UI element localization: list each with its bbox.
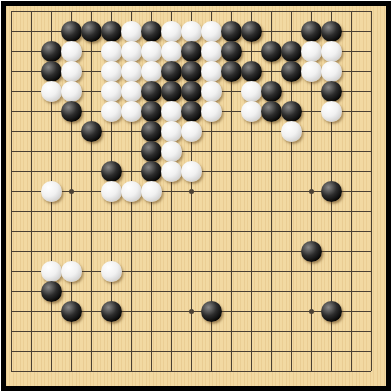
intersection[interactable] (321, 241, 341, 261)
intersection[interactable] (101, 321, 121, 341)
intersection[interactable] (121, 141, 141, 161)
intersection[interactable] (41, 341, 61, 361)
intersection[interactable] (361, 41, 381, 61)
intersection[interactable] (101, 221, 121, 241)
intersection[interactable] (361, 241, 381, 261)
intersection[interactable] (361, 321, 381, 341)
intersection[interactable] (101, 101, 121, 121)
intersection[interactable] (221, 61, 241, 81)
intersection[interactable] (181, 201, 201, 221)
intersection[interactable] (181, 61, 201, 81)
intersection[interactable] (181, 21, 201, 41)
intersection[interactable] (41, 161, 61, 181)
intersection[interactable] (241, 261, 261, 281)
intersection[interactable] (281, 21, 301, 41)
intersection[interactable] (221, 21, 241, 41)
intersection[interactable] (361, 181, 381, 201)
intersection[interactable] (241, 181, 261, 201)
intersection[interactable] (361, 301, 381, 321)
intersection[interactable] (181, 321, 201, 341)
intersection[interactable] (21, 181, 41, 201)
intersection[interactable] (201, 321, 221, 341)
intersection[interactable] (241, 81, 261, 101)
intersection[interactable] (261, 201, 281, 221)
intersection[interactable] (61, 21, 81, 41)
intersection[interactable] (201, 141, 221, 161)
intersection[interactable] (181, 141, 201, 161)
intersection[interactable] (161, 141, 181, 161)
intersection[interactable] (1, 301, 21, 321)
intersection[interactable] (261, 321, 281, 341)
intersection[interactable] (1, 181, 21, 201)
intersection[interactable] (121, 281, 141, 301)
intersection[interactable] (281, 221, 301, 241)
intersection[interactable] (261, 281, 281, 301)
intersection[interactable] (41, 301, 61, 321)
intersection[interactable] (161, 301, 181, 321)
intersection[interactable] (241, 341, 261, 361)
intersection[interactable] (101, 301, 121, 321)
intersection[interactable] (161, 161, 181, 181)
intersection[interactable] (141, 341, 161, 361)
intersection[interactable] (241, 121, 261, 141)
intersection[interactable] (221, 121, 241, 141)
intersection[interactable] (81, 41, 101, 61)
intersection[interactable] (261, 81, 281, 101)
intersection[interactable] (141, 41, 161, 61)
intersection[interactable] (1, 241, 21, 261)
intersection[interactable] (21, 241, 41, 261)
intersection[interactable] (161, 201, 181, 221)
intersection[interactable] (301, 121, 321, 141)
intersection[interactable] (1, 61, 21, 81)
intersection[interactable] (261, 61, 281, 81)
intersection[interactable] (301, 141, 321, 161)
intersection[interactable] (301, 201, 321, 221)
intersection[interactable] (121, 1, 141, 21)
intersection[interactable] (161, 41, 181, 61)
intersection[interactable] (201, 361, 221, 381)
intersection[interactable] (101, 201, 121, 221)
intersection[interactable] (61, 281, 81, 301)
intersection[interactable] (21, 261, 41, 281)
intersection[interactable] (141, 181, 161, 201)
intersection[interactable] (81, 1, 101, 21)
intersection[interactable] (161, 121, 181, 141)
intersection[interactable] (181, 181, 201, 201)
intersection[interactable] (301, 221, 321, 241)
intersection[interactable] (261, 121, 281, 141)
intersection[interactable] (261, 341, 281, 361)
intersection[interactable] (341, 61, 361, 81)
intersection[interactable] (1, 221, 21, 241)
intersection[interactable] (101, 241, 121, 261)
intersection[interactable] (141, 281, 161, 301)
intersection[interactable] (341, 101, 361, 121)
intersection[interactable] (21, 321, 41, 341)
intersection[interactable] (101, 341, 121, 361)
intersection[interactable] (261, 261, 281, 281)
intersection[interactable] (241, 361, 261, 381)
intersection[interactable] (101, 281, 121, 301)
intersection[interactable] (341, 261, 361, 281)
intersection[interactable] (81, 121, 101, 141)
intersection[interactable] (81, 221, 101, 241)
intersection[interactable] (1, 341, 21, 361)
intersection[interactable] (201, 121, 221, 141)
intersection[interactable] (141, 101, 161, 121)
intersection[interactable] (161, 1, 181, 21)
intersection[interactable] (201, 101, 221, 121)
intersection[interactable] (361, 21, 381, 41)
intersection[interactable] (101, 141, 121, 161)
intersection[interactable] (281, 161, 301, 181)
intersection[interactable] (201, 241, 221, 261)
intersection[interactable] (201, 161, 221, 181)
intersection[interactable] (261, 161, 281, 181)
intersection[interactable] (281, 321, 301, 341)
intersection[interactable] (241, 61, 261, 81)
intersection[interactable] (61, 201, 81, 221)
intersection[interactable] (341, 21, 361, 41)
intersection[interactable] (281, 81, 301, 101)
intersection[interactable] (361, 221, 381, 241)
intersection[interactable] (281, 61, 301, 81)
intersection[interactable] (221, 141, 241, 161)
intersection[interactable] (121, 361, 141, 381)
intersection[interactable] (281, 1, 301, 21)
intersection[interactable] (141, 321, 161, 341)
intersection[interactable] (161, 21, 181, 41)
intersection[interactable] (21, 221, 41, 241)
intersection[interactable] (1, 121, 21, 141)
intersection[interactable] (181, 81, 201, 101)
intersection[interactable] (81, 201, 101, 221)
intersection[interactable] (221, 341, 241, 361)
intersection[interactable] (161, 221, 181, 241)
intersection[interactable] (221, 101, 241, 121)
intersection[interactable] (81, 81, 101, 101)
intersection[interactable] (121, 241, 141, 261)
intersection[interactable] (301, 61, 321, 81)
intersection[interactable] (81, 101, 101, 121)
intersection[interactable] (41, 281, 61, 301)
intersection[interactable] (281, 41, 301, 61)
intersection[interactable] (181, 301, 201, 321)
intersection[interactable] (361, 161, 381, 181)
intersection[interactable] (141, 221, 161, 241)
intersection[interactable] (21, 21, 41, 41)
intersection[interactable] (221, 241, 241, 261)
intersection[interactable] (361, 341, 381, 361)
intersection[interactable] (201, 1, 221, 21)
intersection[interactable] (281, 261, 301, 281)
intersection[interactable] (201, 341, 221, 361)
intersection[interactable] (41, 101, 61, 121)
intersection[interactable] (161, 81, 181, 101)
intersection[interactable] (341, 341, 361, 361)
intersection[interactable] (121, 121, 141, 141)
intersection[interactable] (181, 161, 201, 181)
intersection[interactable] (1, 161, 21, 181)
intersection[interactable] (21, 301, 41, 321)
intersection[interactable] (81, 161, 101, 181)
intersection[interactable] (221, 221, 241, 241)
intersection[interactable] (181, 241, 201, 261)
intersection[interactable] (341, 181, 361, 201)
intersection[interactable] (281, 101, 301, 121)
intersection[interactable] (301, 81, 321, 101)
intersection[interactable] (221, 261, 241, 281)
intersection[interactable] (341, 41, 361, 61)
intersection[interactable] (61, 141, 81, 161)
intersection[interactable] (41, 261, 61, 281)
intersection[interactable] (281, 241, 301, 261)
intersection[interactable] (161, 181, 181, 201)
intersection[interactable] (161, 261, 181, 281)
intersection[interactable] (241, 221, 261, 241)
intersection[interactable] (1, 201, 21, 221)
intersection[interactable] (281, 141, 301, 161)
intersection[interactable] (361, 61, 381, 81)
intersection[interactable] (261, 141, 281, 161)
intersection[interactable] (181, 121, 201, 141)
intersection[interactable] (361, 101, 381, 121)
intersection[interactable] (321, 141, 341, 161)
intersection[interactable] (61, 301, 81, 321)
intersection[interactable] (81, 361, 101, 381)
intersection[interactable] (321, 21, 341, 41)
intersection[interactable] (41, 321, 61, 341)
intersection[interactable] (141, 21, 161, 41)
intersection[interactable] (61, 101, 81, 121)
intersection[interactable] (261, 1, 281, 21)
intersection[interactable] (321, 261, 341, 281)
intersection[interactable] (261, 181, 281, 201)
intersection[interactable] (201, 301, 221, 321)
intersection[interactable] (101, 121, 121, 141)
intersection[interactable] (281, 201, 301, 221)
intersection[interactable] (281, 181, 301, 201)
intersection[interactable] (121, 341, 141, 361)
intersection[interactable] (141, 301, 161, 321)
intersection[interactable] (341, 321, 361, 341)
intersection[interactable] (81, 341, 101, 361)
intersection[interactable] (121, 321, 141, 341)
intersection[interactable] (181, 101, 201, 121)
intersection[interactable] (221, 281, 241, 301)
intersection[interactable] (101, 61, 121, 81)
intersection[interactable] (241, 101, 261, 121)
intersection[interactable] (141, 161, 161, 181)
intersection[interactable] (321, 221, 341, 241)
intersection[interactable] (321, 321, 341, 341)
intersection[interactable] (101, 161, 121, 181)
intersection[interactable] (321, 181, 341, 201)
intersection[interactable] (321, 281, 341, 301)
intersection[interactable] (21, 121, 41, 141)
intersection[interactable] (221, 361, 241, 381)
intersection[interactable] (121, 161, 141, 181)
intersection[interactable] (81, 181, 101, 201)
intersection[interactable] (41, 221, 61, 241)
intersection[interactable] (261, 361, 281, 381)
intersection[interactable] (341, 301, 361, 321)
intersection[interactable] (341, 201, 361, 221)
intersection[interactable] (301, 41, 321, 61)
intersection[interactable] (341, 241, 361, 261)
intersection[interactable] (281, 361, 301, 381)
intersection[interactable] (341, 121, 361, 141)
intersection[interactable] (1, 41, 21, 61)
intersection[interactable] (41, 201, 61, 221)
intersection[interactable] (101, 181, 121, 201)
intersection[interactable] (281, 301, 301, 321)
intersection[interactable] (261, 21, 281, 41)
intersection[interactable] (101, 1, 121, 21)
intersection[interactable] (121, 81, 141, 101)
intersection[interactable] (261, 101, 281, 121)
intersection[interactable] (1, 101, 21, 121)
intersection[interactable] (281, 281, 301, 301)
intersection[interactable] (201, 41, 221, 61)
intersection[interactable] (181, 221, 201, 241)
intersection[interactable] (181, 341, 201, 361)
intersection[interactable] (241, 301, 261, 321)
intersection[interactable] (41, 121, 61, 141)
intersection[interactable] (101, 81, 121, 101)
intersection[interactable] (1, 321, 21, 341)
intersection[interactable] (361, 81, 381, 101)
intersection[interactable] (301, 1, 321, 21)
intersection[interactable] (61, 1, 81, 21)
intersection[interactable] (41, 361, 61, 381)
intersection[interactable] (61, 221, 81, 241)
intersection[interactable] (321, 361, 341, 381)
intersection[interactable] (161, 101, 181, 121)
intersection[interactable] (21, 81, 41, 101)
intersection[interactable] (141, 261, 161, 281)
intersection[interactable] (161, 281, 181, 301)
intersection[interactable] (181, 1, 201, 21)
intersection[interactable] (281, 341, 301, 361)
intersection[interactable] (341, 81, 361, 101)
intersection[interactable] (161, 61, 181, 81)
intersection[interactable] (21, 141, 41, 161)
intersection[interactable] (221, 1, 241, 21)
intersection[interactable] (241, 1, 261, 21)
intersection[interactable] (301, 101, 321, 121)
intersection[interactable] (301, 241, 321, 261)
intersection[interactable] (61, 121, 81, 141)
intersection[interactable] (1, 361, 21, 381)
intersection[interactable] (21, 201, 41, 221)
intersection[interactable] (161, 321, 181, 341)
intersection[interactable] (81, 241, 101, 261)
intersection[interactable] (101, 41, 121, 61)
intersection[interactable] (341, 161, 361, 181)
intersection[interactable] (121, 41, 141, 61)
intersection[interactable] (161, 361, 181, 381)
intersection[interactable] (1, 81, 21, 101)
intersection[interactable] (341, 1, 361, 21)
intersection[interactable] (221, 181, 241, 201)
intersection[interactable] (361, 141, 381, 161)
intersection[interactable] (141, 141, 161, 161)
intersection[interactable] (141, 1, 161, 21)
intersection[interactable] (121, 181, 141, 201)
intersection[interactable] (361, 261, 381, 281)
intersection[interactable] (121, 301, 141, 321)
intersection[interactable] (41, 181, 61, 201)
intersection[interactable] (321, 341, 341, 361)
intersection[interactable] (61, 261, 81, 281)
intersection[interactable] (21, 101, 41, 121)
intersection[interactable] (181, 41, 201, 61)
intersection[interactable] (61, 81, 81, 101)
intersection[interactable] (241, 241, 261, 261)
intersection[interactable] (361, 281, 381, 301)
intersection[interactable] (41, 41, 61, 61)
intersection[interactable] (101, 261, 121, 281)
intersection[interactable] (241, 41, 261, 61)
intersection[interactable] (61, 361, 81, 381)
intersection[interactable] (81, 21, 101, 41)
intersection[interactable] (41, 1, 61, 21)
intersection[interactable] (41, 61, 61, 81)
intersection[interactable] (321, 81, 341, 101)
intersection[interactable] (181, 361, 201, 381)
intersection[interactable] (221, 201, 241, 221)
intersection[interactable] (201, 281, 221, 301)
intersection[interactable] (321, 201, 341, 221)
intersection[interactable] (121, 101, 141, 121)
intersection[interactable] (81, 301, 101, 321)
intersection[interactable] (41, 141, 61, 161)
intersection[interactable] (61, 241, 81, 261)
intersection[interactable] (321, 61, 341, 81)
intersection[interactable] (321, 101, 341, 121)
intersection[interactable] (61, 321, 81, 341)
intersection[interactable] (201, 221, 221, 241)
intersection[interactable] (301, 21, 321, 41)
intersection[interactable] (21, 341, 41, 361)
intersection[interactable] (141, 61, 161, 81)
intersection[interactable] (301, 301, 321, 321)
intersection[interactable] (201, 61, 221, 81)
intersection[interactable] (41, 241, 61, 261)
intersection[interactable] (361, 361, 381, 381)
intersection[interactable] (301, 261, 321, 281)
intersection[interactable] (301, 181, 321, 201)
intersection[interactable] (61, 181, 81, 201)
intersection[interactable] (341, 141, 361, 161)
intersection[interactable] (341, 361, 361, 381)
intersection[interactable] (21, 1, 41, 21)
intersection[interactable] (241, 201, 261, 221)
intersection[interactable] (301, 341, 321, 361)
intersection[interactable] (21, 61, 41, 81)
intersection[interactable] (141, 201, 161, 221)
intersection[interactable] (361, 121, 381, 141)
intersection[interactable] (81, 261, 101, 281)
intersection[interactable] (281, 121, 301, 141)
intersection[interactable] (321, 121, 341, 141)
intersection[interactable] (301, 361, 321, 381)
intersection[interactable] (221, 41, 241, 61)
intersection[interactable] (1, 21, 21, 41)
intersection[interactable] (21, 41, 41, 61)
